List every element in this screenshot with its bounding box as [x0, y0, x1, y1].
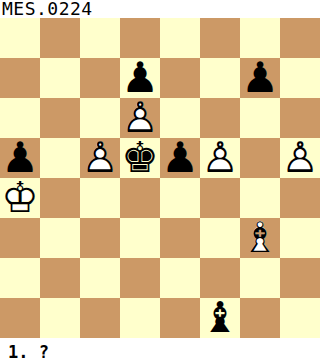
square-a2[interactable] — [0, 258, 40, 298]
piece-black-pawn: ♟ — [160, 138, 200, 178]
square-c8[interactable] — [80, 18, 120, 58]
square-c2[interactable] — [80, 258, 120, 298]
square-b3[interactable] — [40, 218, 80, 258]
move-prompt: 1. ? — [0, 338, 320, 360]
square-b7[interactable] — [40, 58, 80, 98]
piece-black-king: ♚ — [120, 138, 160, 178]
square-e7[interactable] — [160, 58, 200, 98]
square-d5[interactable]: ♚ — [120, 138, 160, 178]
piece-white-pawn: ♟♙ — [120, 98, 160, 138]
square-f3[interactable] — [200, 218, 240, 258]
square-g1[interactable] — [240, 298, 280, 338]
chess-board: ♟♟♟♙♟♟♙♚♟♟♙♟♙♚♔♝♗♝ — [0, 18, 320, 338]
square-a6[interactable] — [0, 98, 40, 138]
square-c5[interactable]: ♟♙ — [80, 138, 120, 178]
square-h7[interactable] — [280, 58, 320, 98]
square-d1[interactable] — [120, 298, 160, 338]
square-d3[interactable] — [120, 218, 160, 258]
square-h4[interactable] — [280, 178, 320, 218]
chess-diagram-window: MES.0224 ♟♟♟♙♟♟♙♚♟♟♙♟♙♚♔♝♗♝ 1. ? — [0, 0, 320, 360]
square-g8[interactable] — [240, 18, 280, 58]
square-g3[interactable]: ♝♗ — [240, 218, 280, 258]
square-f1[interactable]: ♝ — [200, 298, 240, 338]
square-h3[interactable] — [280, 218, 320, 258]
square-f2[interactable] — [200, 258, 240, 298]
piece-white-pawn: ♟♙ — [200, 138, 240, 178]
square-e2[interactable] — [160, 258, 200, 298]
square-b1[interactable] — [40, 298, 80, 338]
piece-black-pawn: ♟ — [0, 138, 40, 178]
square-f8[interactable] — [200, 18, 240, 58]
square-d8[interactable] — [120, 18, 160, 58]
square-a3[interactable] — [0, 218, 40, 258]
square-a8[interactable] — [0, 18, 40, 58]
square-a5[interactable]: ♟ — [0, 138, 40, 178]
square-g5[interactable] — [240, 138, 280, 178]
square-e4[interactable] — [160, 178, 200, 218]
square-f6[interactable] — [200, 98, 240, 138]
square-e3[interactable] — [160, 218, 200, 258]
square-c6[interactable] — [80, 98, 120, 138]
square-h6[interactable] — [280, 98, 320, 138]
piece-white-pawn: ♟♙ — [280, 138, 320, 178]
diagram-title: MES.0224 — [0, 0, 320, 18]
square-c4[interactable] — [80, 178, 120, 218]
square-e1[interactable] — [160, 298, 200, 338]
square-d6[interactable]: ♟♙ — [120, 98, 160, 138]
square-g4[interactable] — [240, 178, 280, 218]
square-g6[interactable] — [240, 98, 280, 138]
square-b2[interactable] — [40, 258, 80, 298]
square-h5[interactable]: ♟♙ — [280, 138, 320, 178]
square-f7[interactable] — [200, 58, 240, 98]
piece-white-pawn: ♟♙ — [80, 138, 120, 178]
square-c1[interactable] — [80, 298, 120, 338]
square-g7[interactable]: ♟ — [240, 58, 280, 98]
square-h2[interactable] — [280, 258, 320, 298]
piece-white-bishop: ♝♗ — [240, 218, 280, 258]
square-c3[interactable] — [80, 218, 120, 258]
square-b8[interactable] — [40, 18, 80, 58]
piece-black-pawn: ♟ — [120, 58, 160, 98]
square-h1[interactable] — [280, 298, 320, 338]
piece-black-pawn: ♟ — [240, 58, 280, 98]
square-a4[interactable]: ♚♔ — [0, 178, 40, 218]
square-d4[interactable] — [120, 178, 160, 218]
square-c7[interactable] — [80, 58, 120, 98]
square-b5[interactable] — [40, 138, 80, 178]
square-h8[interactable] — [280, 18, 320, 58]
square-f5[interactable]: ♟♙ — [200, 138, 240, 178]
square-e6[interactable] — [160, 98, 200, 138]
square-e5[interactable]: ♟ — [160, 138, 200, 178]
piece-black-bishop: ♝ — [200, 298, 240, 338]
square-a1[interactable] — [0, 298, 40, 338]
square-b6[interactable] — [40, 98, 80, 138]
square-g2[interactable] — [240, 258, 280, 298]
square-f4[interactable] — [200, 178, 240, 218]
square-a7[interactable] — [0, 58, 40, 98]
square-b4[interactable] — [40, 178, 80, 218]
square-d2[interactable] — [120, 258, 160, 298]
square-e8[interactable] — [160, 18, 200, 58]
piece-white-king: ♚♔ — [0, 178, 40, 218]
square-d7[interactable]: ♟ — [120, 58, 160, 98]
